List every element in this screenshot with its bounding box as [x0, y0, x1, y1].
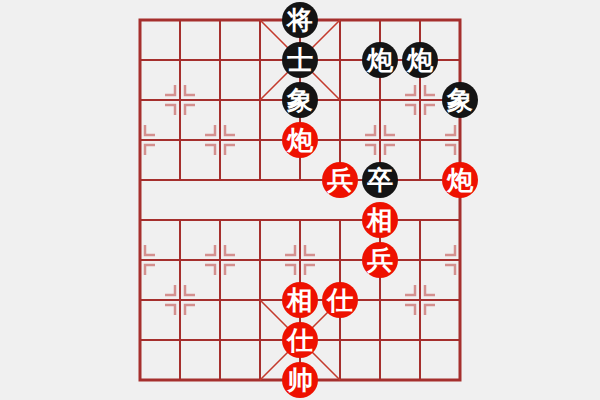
board-intersection: 炮 — [400, 40, 440, 80]
board-intersection: 帅 — [280, 360, 320, 400]
piece-layer: 将士炮炮象象炮兵卒炮相兵相仕仕帅 — [120, 0, 480, 400]
piece-red-elephant-2[interactable]: 相 — [282, 282, 318, 318]
xiangqi-board-screen: 将士炮炮象象炮兵卒炮相兵相仕仕帅 — [0, 0, 600, 400]
piece-black-general[interactable]: 将 — [282, 2, 318, 38]
piece-red-soldier-1[interactable]: 兵 — [322, 162, 358, 198]
piece-red-advisor-2[interactable]: 仕 — [282, 322, 318, 358]
board-intersection: 炮 — [360, 40, 400, 80]
board-intersection: 象 — [440, 80, 480, 120]
board-intersection: 仕 — [280, 320, 320, 360]
board-intersection: 兵 — [320, 160, 360, 200]
piece-black-elephant-1[interactable]: 象 — [282, 82, 318, 118]
board-intersection: 仕 — [320, 280, 360, 320]
piece-red-general[interactable]: 帅 — [282, 362, 318, 398]
board-intersection: 相 — [280, 280, 320, 320]
board-intersection: 将 — [280, 0, 320, 40]
board-intersection: 士 — [280, 40, 320, 80]
board-intersection: 兵 — [360, 240, 400, 280]
piece-black-cannon-1[interactable]: 炮 — [362, 42, 398, 78]
piece-red-cannon-1[interactable]: 炮 — [282, 122, 318, 158]
board-intersection: 炮 — [440, 160, 480, 200]
board-intersection: 炮 — [280, 120, 320, 160]
piece-black-cannon-2[interactable]: 炮 — [402, 42, 438, 78]
piece-red-advisor-1[interactable]: 仕 — [322, 282, 358, 318]
piece-black-advisor[interactable]: 士 — [282, 42, 318, 78]
piece-red-soldier-2[interactable]: 兵 — [362, 242, 398, 278]
piece-red-elephant-1[interactable]: 相 — [362, 202, 398, 238]
board-intersection: 象 — [280, 80, 320, 120]
piece-red-cannon-2[interactable]: 炮 — [442, 162, 478, 198]
piece-black-elephant-2[interactable]: 象 — [442, 82, 478, 118]
board-intersection: 相 — [360, 200, 400, 240]
board-intersection: 卒 — [360, 160, 400, 200]
piece-black-soldier-1[interactable]: 卒 — [362, 162, 398, 198]
